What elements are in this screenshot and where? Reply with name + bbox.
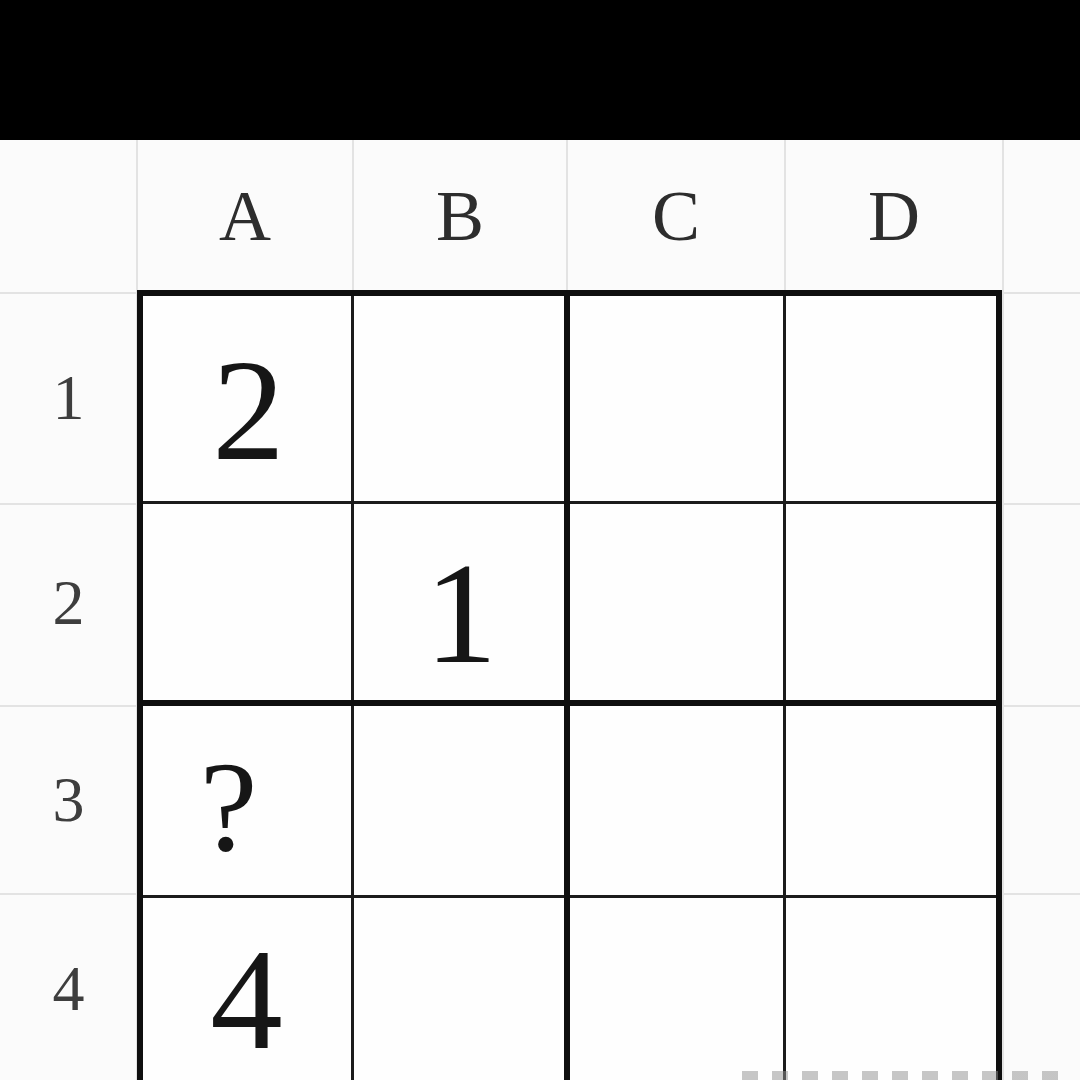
cell-C3[interactable] <box>567 703 785 897</box>
column-header-D: D <box>785 140 1003 293</box>
cell-A4[interactable]: 4 <box>140 897 353 1080</box>
cell-B3[interactable] <box>353 703 567 897</box>
grid-border-right <box>996 290 1002 1080</box>
cell-B1[interactable] <box>353 293 567 503</box>
cell-C1[interactable] <box>567 293 785 503</box>
column-header-C: C <box>567 140 785 293</box>
cell-D3[interactable] <box>785 703 999 897</box>
row-header-4: 4 <box>0 897 137 1080</box>
grid-line-thin-col-CD <box>783 293 786 1080</box>
cell-B2[interactable]: 1 <box>353 503 567 703</box>
watermark-remnant <box>742 1071 1067 1080</box>
row-header-1: 1 <box>0 293 137 503</box>
grid-box-line-vertical <box>564 290 570 1080</box>
row-header-2: 2 <box>0 503 137 703</box>
cell-A4-value: 4 <box>210 927 283 1072</box>
cell-D4[interactable] <box>785 897 999 1080</box>
grid-border-left <box>137 290 143 1080</box>
cell-A2[interactable] <box>140 503 353 703</box>
puzzle-screenshot: A B C D 1 2 3 4 2 1 ? 4 <box>0 0 1080 1080</box>
column-header-A: A <box>137 140 353 293</box>
cell-A3-value: ? <box>200 741 258 871</box>
cell-C2[interactable] <box>567 503 785 703</box>
cell-A1[interactable]: 2 <box>140 293 353 503</box>
cell-B4[interactable] <box>353 897 567 1080</box>
cell-B2-value: 1 <box>425 541 498 686</box>
grid-line-thin-col-AB <box>351 293 354 1080</box>
cell-C4[interactable] <box>567 897 785 1080</box>
top-black-bar <box>0 0 1080 140</box>
column-header-B: B <box>353 140 567 293</box>
cell-D1[interactable] <box>785 293 999 503</box>
cell-D2[interactable] <box>785 503 999 703</box>
cell-A3[interactable]: ? <box>140 703 353 897</box>
row-header-3: 3 <box>0 703 137 897</box>
cell-A1-value: 2 <box>212 338 285 483</box>
